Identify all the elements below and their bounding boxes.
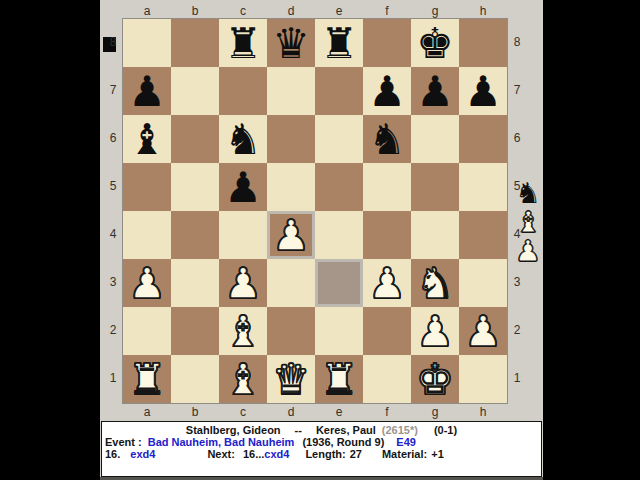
square-d1[interactable]: ♛ [267, 355, 315, 403]
square-f7[interactable]: ♟ [363, 67, 411, 115]
square-b4[interactable] [171, 211, 219, 259]
player-rating: (2615*) [382, 424, 418, 436]
file-label-top-a: a [123, 5, 171, 17]
square-c7[interactable] [219, 67, 267, 115]
piece-black-b-a6: ♝ [123, 115, 171, 163]
piece-white-b-c2: ♝ [219, 307, 267, 355]
square-f2[interactable] [363, 307, 411, 355]
square-d6[interactable] [267, 115, 315, 163]
square-d3[interactable] [267, 259, 315, 307]
eco-code-link[interactable]: E49 [396, 436, 416, 448]
game-result: (0-1) [434, 424, 457, 436]
piece-black-n-c6: ♞ [219, 115, 267, 163]
file-label-bottom-b: b [171, 406, 219, 418]
square-f5[interactable] [363, 163, 411, 211]
piece-white-p-h2: ♟ [459, 307, 507, 355]
next-move-link[interactable]: cxd4 [264, 448, 289, 460]
square-e8[interactable]: ♜ [315, 19, 363, 67]
rank-label-right-1: 1 [508, 372, 526, 384]
piece-black-r-c8: ♜ [219, 19, 267, 67]
square-c2[interactable]: ♝ [219, 307, 267, 355]
move-number: 16. [105, 448, 120, 460]
square-g7[interactable]: ♟ [411, 67, 459, 115]
rank-label-left-8: 8 [104, 36, 122, 48]
square-f4[interactable] [363, 211, 411, 259]
piece-white-r-e1: ♜ [315, 355, 363, 403]
square-h4[interactable] [459, 211, 507, 259]
square-e7[interactable] [315, 67, 363, 115]
square-g1[interactable]: ♚ [411, 355, 459, 403]
piece-white-k-g1: ♚ [411, 355, 459, 403]
square-a8[interactable] [123, 19, 171, 67]
rank-label-left-5: 5 [104, 180, 122, 192]
file-label-bottom-f: f [363, 406, 411, 418]
square-e4[interactable] [315, 211, 363, 259]
square-e2[interactable] [315, 307, 363, 355]
next-move-prefix: 16... [243, 448, 264, 460]
square-c4[interactable] [219, 211, 267, 259]
piece-black-q-d8: ♛ [267, 19, 315, 67]
file-label-top-c: c [219, 5, 267, 17]
square-c8[interactable]: ♜ [219, 19, 267, 67]
square-c1[interactable]: ♝ [219, 355, 267, 403]
square-b8[interactable] [171, 19, 219, 67]
white-player-name: Stahlberg, Gideon [186, 424, 281, 436]
square-f3[interactable]: ♟ [363, 259, 411, 307]
rank-label-left-2: 2 [104, 324, 122, 336]
rank-label-left-1: 1 [104, 372, 122, 384]
square-e3[interactable] [315, 259, 363, 307]
rank-label-right-8: 8 [508, 36, 526, 48]
event-label: Event : [105, 436, 142, 448]
rank-label-right-2: 2 [508, 324, 526, 336]
square-c6[interactable]: ♞ [219, 115, 267, 163]
square-a2[interactable] [123, 307, 171, 355]
square-b6[interactable] [171, 115, 219, 163]
square-h3[interactable] [459, 259, 507, 307]
piece-black-p-g7: ♟ [411, 67, 459, 115]
square-d8[interactable]: ♛ [267, 19, 315, 67]
piece-white-p-f3: ♟ [363, 259, 411, 307]
square-g5[interactable] [411, 163, 459, 211]
game-info-panel: Stahlberg, Gideon--Keres, Paul(2615*)(0-… [101, 421, 542, 477]
square-f6[interactable]: ♞ [363, 115, 411, 163]
next-label: Next: [207, 448, 235, 460]
square-b2[interactable] [171, 307, 219, 355]
square-h1[interactable] [459, 355, 507, 403]
square-a3[interactable]: ♟ [123, 259, 171, 307]
square-b7[interactable] [171, 67, 219, 115]
file-label-top-b: b [171, 5, 219, 17]
black-player-name: Keres, Paul [316, 424, 376, 436]
file-label-bottom-a: a [123, 406, 171, 418]
file-label-top-h: h [459, 5, 507, 17]
square-a6[interactable]: ♝ [123, 115, 171, 163]
file-label-bottom-g: g [411, 406, 459, 418]
rank-label-left-6: 6 [104, 132, 122, 144]
square-h6[interactable] [459, 115, 507, 163]
square-c5[interactable]: ♟ [219, 163, 267, 211]
square-h2[interactable]: ♟ [459, 307, 507, 355]
square-a5[interactable] [123, 163, 171, 211]
square-h7[interactable]: ♟ [459, 67, 507, 115]
square-h8[interactable] [459, 19, 507, 67]
square-h5[interactable] [459, 163, 507, 211]
square-a7[interactable]: ♟ [123, 67, 171, 115]
piece-white-q-d1: ♛ [267, 355, 315, 403]
tray-white-pawn-icon: ♟ [512, 235, 544, 267]
square-b1[interactable] [171, 355, 219, 403]
square-g3[interactable]: ♞ [411, 259, 459, 307]
square-a4[interactable] [123, 211, 171, 259]
length-label: Length: [305, 448, 345, 460]
piece-white-b-c1: ♝ [219, 355, 267, 403]
piece-black-p-c5: ♟ [219, 163, 267, 211]
rank-label-right-7: 7 [508, 84, 526, 96]
piece-white-r-a1: ♜ [123, 355, 171, 403]
piece-white-p-d4: ♟ [267, 211, 315, 259]
rank-label-left-3: 3 [104, 276, 122, 288]
square-d2[interactable] [267, 307, 315, 355]
rank-label-left-4: 4 [104, 228, 122, 240]
file-label-bottom-e: e [315, 406, 363, 418]
length-value: 27 [350, 448, 362, 460]
rank-label-right-3: 3 [508, 276, 526, 288]
event-detail: (1936, Round 9) [302, 436, 384, 448]
square-e6[interactable] [315, 115, 363, 163]
piece-white-p-c3: ♟ [219, 259, 267, 307]
file-label-top-f: f [363, 5, 411, 17]
players-line: Stahlberg, Gideon--Keres, Paul(2615*)(0-… [102, 424, 541, 436]
file-label-bottom-d: d [267, 406, 315, 418]
square-b3[interactable] [171, 259, 219, 307]
square-g2[interactable]: ♟ [411, 307, 459, 355]
rank-label-right-6: 6 [508, 132, 526, 144]
square-d5[interactable] [267, 163, 315, 211]
square-d4[interactable]: ♟ [267, 211, 315, 259]
square-d7[interactable] [267, 67, 315, 115]
players-separator: -- [295, 424, 302, 436]
file-label-top-e: e [315, 5, 363, 17]
square-e1[interactable]: ♜ [315, 355, 363, 403]
piece-black-n-f6: ♞ [363, 115, 411, 163]
chess-viewer-window: ♜♛♜♚♟♟♟♟♝♞♞♟♟♟♟♟♞♝♟♟♜♝♛♜♚ aabbccddeeffgg… [100, 0, 543, 480]
piece-black-r-e8: ♜ [315, 19, 363, 67]
file-label-top-g: g [411, 5, 459, 17]
square-b5[interactable] [171, 163, 219, 211]
current-move-link[interactable]: exd4 [130, 448, 155, 460]
square-c3[interactable]: ♟ [219, 259, 267, 307]
event-name-link[interactable]: Bad Nauheim, Bad Nauheim [148, 436, 295, 448]
file-label-top-d: d [267, 5, 315, 17]
square-g8[interactable]: ♚ [411, 19, 459, 67]
piece-white-n-g3: ♞ [411, 259, 459, 307]
moves-line: 16.exd4Next:16...cxd4Length:27Material:+… [102, 448, 541, 460]
square-g4[interactable] [411, 211, 459, 259]
square-e5[interactable] [315, 163, 363, 211]
square-g6[interactable] [411, 115, 459, 163]
square-f8[interactable] [363, 19, 411, 67]
piece-black-p-f7: ♟ [363, 67, 411, 115]
chess-board: ♜♛♜♚♟♟♟♟♝♞♞♟♟♟♟♟♞♝♟♟♜♝♛♜♚ [123, 19, 507, 403]
square-f1[interactable] [363, 355, 411, 403]
rank-label-left-7: 7 [104, 84, 122, 96]
event-line: Event :Bad Nauheim, Bad Nauheim(1936, Ro… [102, 436, 541, 448]
square-a1[interactable]: ♜ [123, 355, 171, 403]
piece-black-k-g8: ♚ [411, 19, 459, 67]
piece-black-p-h7: ♟ [459, 67, 507, 115]
material-value: +1 [431, 448, 444, 460]
piece-white-p-g2: ♟ [411, 307, 459, 355]
material-label: Material: [382, 448, 427, 460]
screen: ♜♛♜♚♟♟♟♟♝♞♞♟♟♟♟♟♞♝♟♟♜♝♛♜♚ aabbccddeeffgg… [0, 0, 640, 480]
file-label-bottom-c: c [219, 406, 267, 418]
piece-black-p-a7: ♟ [123, 67, 171, 115]
piece-white-p-a3: ♟ [123, 259, 171, 307]
file-label-bottom-h: h [459, 406, 507, 418]
